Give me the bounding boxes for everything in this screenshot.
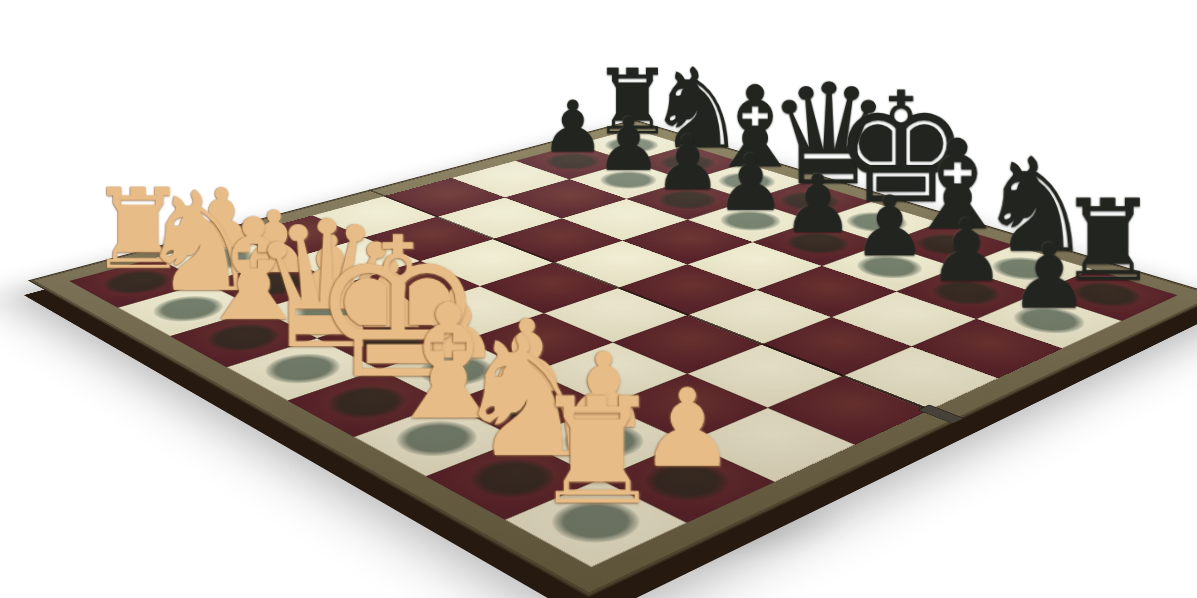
- piece-white-rook: ♜: [531, 381, 660, 521]
- photo-scene: ♜♞♝♛♚♝♞♜♟♟♟♟♟♟♟♟♟♟♟♟♟♟♟♟♜♞♝♛♚♝♞♜: [0, 0, 1197, 598]
- board-grid: ♜♞♝♛♚♝♞♜♟♟♟♟♟♟♟♟♟♟♟♟♟♟♟♟♜♞♝♛♚♝♞♜: [69, 129, 1177, 567]
- piece-black-pawn: ♟: [998, 235, 1100, 320]
- chess-board: ♜♞♝♛♚♝♞♜♟♟♟♟♟♟♟♟♟♟♟♟♟♟♟♟♜♞♝♛♚♝♞♜: [69, 129, 1177, 567]
- product-photo: { "game": "chess", "scene": "Product pho…: [0, 0, 1197, 598]
